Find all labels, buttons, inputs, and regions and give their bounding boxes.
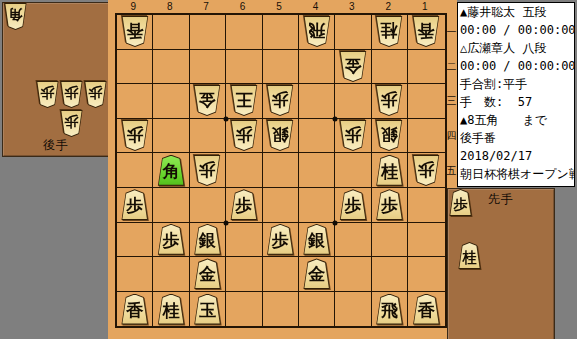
- shogi-board-panel: 987654321 香飛桂香金金王歩歩歩歩銀歩銀角歩桂歩歩歩歩歩歩銀歩銀金金香桂…: [108, 0, 457, 339]
- piece-kanji: 歩: [60, 82, 83, 107]
- piece-kanji: 歩: [230, 190, 258, 219]
- piece-歩[interactable]: 歩: [59, 81, 84, 108]
- square-9-6[interactable]: 歩: [117, 188, 153, 223]
- square-7-3[interactable]: 金: [190, 84, 226, 119]
- piece-kanji: 歩: [266, 86, 294, 115]
- piece-kanji: 香: [412, 295, 440, 324]
- rank-label: 三: [446, 84, 457, 119]
- square-2-7[interactable]: [372, 223, 408, 258]
- piece-kanji: 歩: [339, 121, 367, 150]
- piece-kanji: 歩: [84, 82, 107, 107]
- piece-玉[interactable]: 玉: [192, 294, 222, 325]
- piece-歩[interactable]: 歩: [192, 155, 222, 186]
- piece-銀[interactable]: 銀: [302, 224, 332, 255]
- piece-kanji: 銀: [375, 121, 403, 150]
- square-6-8[interactable]: [226, 257, 262, 292]
- square-7-1[interactable]: [190, 15, 226, 50]
- square-6-7[interactable]: [226, 223, 262, 258]
- square-8-4[interactable]: [153, 119, 189, 154]
- square-6-2[interactable]: [226, 50, 262, 85]
- piece-歩[interactable]: 歩: [229, 189, 259, 220]
- piece-飛[interactable]: 飛: [302, 16, 332, 47]
- square-7-9[interactable]: 玉: [190, 292, 226, 327]
- square-7-7[interactable]: 銀: [190, 223, 226, 258]
- piece-香[interactable]: 香: [120, 16, 150, 47]
- info-line: 手 数: 57: [458, 93, 574, 111]
- sente-captured-tray: 先手 桂歩: [447, 188, 555, 339]
- square-8-1[interactable]: [153, 15, 189, 50]
- square-8-2[interactable]: [153, 50, 189, 85]
- square-9-2[interactable]: [117, 50, 153, 85]
- square-6-3[interactable]: 王: [226, 84, 262, 119]
- piece-香[interactable]: 香: [411, 294, 441, 325]
- square-1-5[interactable]: 歩: [408, 153, 444, 188]
- square-5-4[interactable]: 銀: [263, 119, 299, 154]
- file-labels: 987654321: [115, 0, 443, 13]
- piece-王[interactable]: 王: [229, 85, 259, 116]
- piece-kanji: 玉: [193, 295, 221, 324]
- square-4-1[interactable]: 飛: [299, 15, 335, 50]
- info-line: ▲8五角 まで: [458, 111, 574, 129]
- info-line: 手合割:平手: [458, 75, 574, 93]
- square-9-1[interactable]: 香: [117, 15, 153, 50]
- piece-角[interactable]: 角: [3, 3, 28, 30]
- piece-飛[interactable]: 飛: [374, 294, 404, 325]
- piece-歩[interactable]: 歩: [35, 81, 60, 108]
- square-3-4[interactable]: 歩: [335, 119, 371, 154]
- rank-label: 四: [446, 119, 457, 154]
- piece-kanji: 歩: [157, 225, 185, 254]
- square-5-5[interactable]: [263, 153, 299, 188]
- piece-kanji: 歩: [449, 190, 472, 215]
- piece-kanji: 桂: [375, 17, 403, 46]
- square-6-4[interactable]: 歩: [226, 119, 262, 154]
- piece-金[interactable]: 金: [192, 85, 222, 116]
- square-3-8[interactable]: [335, 257, 371, 292]
- square-4-5[interactable]: [299, 153, 335, 188]
- square-3-5[interactable]: [335, 153, 371, 188]
- piece-歩[interactable]: 歩: [265, 224, 295, 255]
- info-line: 朝日杯将棋オープン戦: [458, 165, 574, 183]
- piece-歩[interactable]: 歩: [448, 189, 473, 216]
- info-line: 00:00 / 00:00:00: [458, 21, 574, 39]
- square-5-8[interactable]: [263, 257, 299, 292]
- file-label: 7: [188, 0, 224, 13]
- piece-香[interactable]: 香: [411, 16, 441, 47]
- game-info-panel: ▲藤井聡太 五段00:00 / 00:00:00△広瀬章人 八段00:00 / …: [457, 2, 575, 187]
- piece-kanji: 歩: [375, 190, 403, 219]
- square-7-4[interactable]: [190, 119, 226, 154]
- square-8-8[interactable]: [153, 257, 189, 292]
- square-2-8[interactable]: [372, 257, 408, 292]
- piece-kanji: 歩: [230, 121, 258, 150]
- square-7-2[interactable]: [190, 50, 226, 85]
- square-7-6[interactable]: [190, 188, 226, 223]
- rank-label: 二: [446, 50, 457, 85]
- piece-桂[interactable]: 桂: [457, 242, 482, 269]
- piece-kanji: 歩: [193, 156, 221, 185]
- piece-桂[interactable]: 桂: [156, 294, 186, 325]
- piece-kanji: 銀: [303, 225, 331, 254]
- piece-kanji: 桂: [375, 156, 403, 185]
- piece-kanji: 飛: [303, 17, 331, 46]
- file-label: 5: [261, 0, 297, 13]
- square-2-4[interactable]: 銀: [372, 119, 408, 154]
- piece-kanji: 香: [412, 17, 440, 46]
- square-8-3[interactable]: [153, 84, 189, 119]
- square-8-9[interactable]: 桂: [153, 292, 189, 327]
- info-line: △広瀬章人 八段: [458, 39, 574, 57]
- square-6-9[interactable]: [226, 292, 262, 327]
- rank-label: 一: [446, 15, 457, 50]
- square-1-6[interactable]: [408, 188, 444, 223]
- piece-kanji: 角: [4, 4, 27, 29]
- piece-歩[interactable]: 歩: [374, 189, 404, 220]
- rank-label: 五: [446, 153, 457, 188]
- piece-kanji: 銀: [266, 121, 294, 150]
- piece-kanji: 金: [193, 86, 221, 115]
- square-4-2[interactable]: [299, 50, 335, 85]
- square-9-7[interactable]: [117, 223, 153, 258]
- piece-kanji: 桂: [157, 295, 185, 324]
- square-3-9[interactable]: [335, 292, 371, 327]
- piece-歩[interactable]: 歩: [265, 85, 295, 116]
- piece-歩[interactable]: 歩: [83, 81, 108, 108]
- square-2-5[interactable]: 桂: [372, 153, 408, 188]
- piece-kanji: 歩: [339, 190, 367, 219]
- file-label: 3: [334, 0, 370, 13]
- square-8-7[interactable]: 歩: [153, 223, 189, 258]
- square-2-6[interactable]: 歩: [372, 188, 408, 223]
- info-line: 後手番: [458, 129, 574, 147]
- piece-kanji: 歩: [36, 82, 59, 107]
- square-7-8[interactable]: 金: [190, 257, 226, 292]
- piece-kanji: 歩: [121, 190, 149, 219]
- board-grid: 香飛桂香金金王歩歩歩歩銀歩銀角歩桂歩歩歩歩歩歩銀歩銀金金香桂玉飛香: [115, 13, 447, 328]
- square-3-3[interactable]: [335, 84, 371, 119]
- piece-kanji: 銀: [193, 225, 221, 254]
- file-label: 4: [297, 0, 333, 13]
- piece-歩[interactable]: 歩: [411, 155, 441, 186]
- piece-kanji: 飛: [375, 295, 403, 324]
- piece-金[interactable]: 金: [192, 258, 222, 289]
- file-label: 1: [407, 0, 443, 13]
- square-6-1[interactable]: [226, 15, 262, 50]
- square-3-6[interactable]: 歩: [335, 188, 371, 223]
- piece-kanji: 歩: [60, 111, 83, 136]
- piece-歩[interactable]: 歩: [338, 189, 368, 220]
- gote-tray-label: 後手: [3, 137, 109, 154]
- piece-歩[interactable]: 歩: [156, 224, 186, 255]
- info-line: 2018/02/17: [458, 147, 574, 165]
- piece-kanji: 角: [157, 156, 185, 185]
- piece-kanji: 金: [339, 52, 367, 81]
- square-6-5[interactable]: [226, 153, 262, 188]
- file-label: 9: [115, 0, 151, 13]
- gote-captured-tray: 後手 歩歩歩歩角: [2, 2, 110, 157]
- piece-金[interactable]: 金: [302, 258, 332, 289]
- square-2-1[interactable]: 桂: [372, 15, 408, 50]
- square-3-2[interactable]: 金: [335, 50, 371, 85]
- piece-kanji: 歩: [375, 86, 403, 115]
- piece-歩[interactable]: 歩: [338, 120, 368, 151]
- square-1-8[interactable]: [408, 257, 444, 292]
- square-3-1[interactable]: [335, 15, 371, 50]
- square-8-5[interactable]: 角: [153, 153, 189, 188]
- piece-桂[interactable]: 桂: [374, 155, 404, 186]
- square-9-4[interactable]: 歩: [117, 119, 153, 154]
- square-4-9[interactable]: [299, 292, 335, 327]
- piece-歩[interactable]: 歩: [374, 85, 404, 116]
- info-line: 00:00 / 00:00:00: [458, 57, 574, 75]
- square-2-3[interactable]: 歩: [372, 84, 408, 119]
- piece-kanji: 桂: [458, 243, 481, 268]
- square-1-3[interactable]: [408, 84, 444, 119]
- file-label: 8: [151, 0, 187, 13]
- square-5-7[interactable]: 歩: [263, 223, 299, 258]
- piece-歩[interactable]: 歩: [59, 110, 84, 137]
- piece-金[interactable]: 金: [338, 51, 368, 82]
- piece-kanji: 歩: [266, 225, 294, 254]
- square-4-6[interactable]: [299, 188, 335, 223]
- piece-kanji: 歩: [412, 156, 440, 185]
- square-1-9[interactable]: 香: [408, 292, 444, 327]
- piece-香[interactable]: 香: [120, 294, 150, 325]
- file-label: 6: [224, 0, 260, 13]
- piece-角[interactable]: 角: [156, 155, 186, 186]
- piece-kanji: 金: [193, 259, 221, 288]
- info-line: ▲藤井聡太 五段: [458, 3, 574, 21]
- square-4-4[interactable]: [299, 119, 335, 154]
- piece-歩[interactable]: 歩: [229, 120, 259, 151]
- square-5-3[interactable]: 歩: [263, 84, 299, 119]
- piece-桂[interactable]: 桂: [374, 16, 404, 47]
- square-1-1[interactable]: 香: [408, 15, 444, 50]
- piece-歩[interactable]: 歩: [120, 120, 150, 151]
- square-2-2[interactable]: [372, 50, 408, 85]
- piece-kanji: 香: [121, 295, 149, 324]
- piece-銀[interactable]: 銀: [374, 120, 404, 151]
- square-1-2[interactable]: [408, 50, 444, 85]
- square-8-6[interactable]: [153, 188, 189, 223]
- square-6-6[interactable]: 歩: [226, 188, 262, 223]
- square-3-7[interactable]: [335, 223, 371, 258]
- piece-kanji: 歩: [121, 121, 149, 150]
- square-5-1[interactable]: [263, 15, 299, 50]
- square-5-9[interactable]: [263, 292, 299, 327]
- square-7-5[interactable]: 歩: [190, 153, 226, 188]
- file-label: 2: [370, 0, 406, 13]
- square-1-7[interactable]: [408, 223, 444, 258]
- square-4-3[interactable]: [299, 84, 335, 119]
- piece-kanji: 香: [121, 17, 149, 46]
- square-4-8[interactable]: 金: [299, 257, 335, 292]
- piece-kanji: 王: [230, 86, 258, 115]
- piece-kanji: 金: [303, 259, 331, 288]
- square-9-8[interactable]: [117, 257, 153, 292]
- square-5-2[interactable]: [263, 50, 299, 85]
- piece-銀[interactable]: 銀: [265, 120, 295, 151]
- square-9-5[interactable]: [117, 153, 153, 188]
- square-9-3[interactable]: [117, 84, 153, 119]
- square-2-9[interactable]: 飛: [372, 292, 408, 327]
- square-4-7[interactable]: 銀: [299, 223, 335, 258]
- piece-歩[interactable]: 歩: [120, 189, 150, 220]
- square-9-9[interactable]: 香: [117, 292, 153, 327]
- piece-銀[interactable]: 銀: [192, 224, 222, 255]
- square-5-6[interactable]: [263, 188, 299, 223]
- square-1-4[interactable]: [408, 119, 444, 154]
